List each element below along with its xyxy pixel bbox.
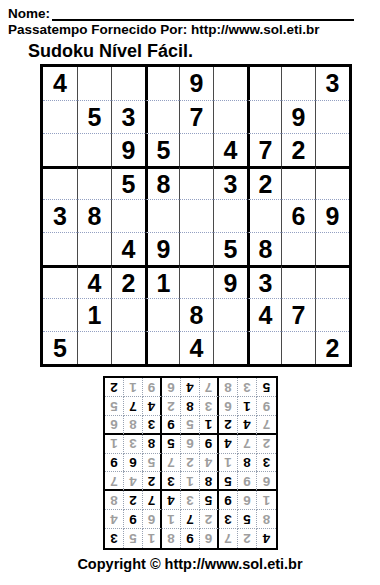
solution-cell-r3c6: 4 [162,491,181,510]
copyright-text: Copyright © http://www.sol.eti.br [0,556,380,572]
solution-cell-r3c4: 5 [200,491,219,510]
solution-cell-r7c5: 5 [181,416,200,435]
puzzle-cell-r5c4 [145,199,179,232]
solution-cell-r2c3: 3 [219,510,238,529]
solution-cell-r4c2: 9 [238,472,257,491]
puzzle-cell-r6c4: 9 [145,232,179,265]
solution-cell-r5c1: 3 [257,454,276,473]
puzzle-cell-r2c7 [247,100,281,133]
puzzle-cell-r6c7: 8 [247,232,281,265]
puzzle-cell-r8c5: 8 [179,298,213,331]
puzzle-cell-r1c9: 3 [315,67,349,100]
puzzle-cell-r5c8: 6 [281,199,315,232]
solution-cell-r6c2: 7 [238,435,257,454]
puzzle-cell-r1c1: 4 [43,67,77,100]
puzzle-cell-r5c1: 3 [43,199,77,232]
solution-cell-r6c3: 4 [219,435,238,454]
puzzle-cell-r7c2: 4 [77,265,111,298]
solution-cell-r4c1: 6 [257,472,276,491]
puzzle-cell-r1c3 [111,67,145,100]
puzzle-cell-r7c4: 1 [145,265,179,298]
puzzle-cell-r2c8: 9 [281,100,315,133]
solution-cell-r7c6: 9 [162,416,181,435]
solution-cell-r7c2: 4 [238,416,257,435]
puzzle-cell-r4c4: 8 [145,166,179,199]
solution-cell-r5c7: 5 [143,454,162,473]
puzzle-cell-r1c7 [247,67,281,100]
puzzle-cell-r8c1 [43,298,77,331]
solution-cell-r6c8: 3 [124,435,143,454]
puzzle-cell-r6c3: 4 [111,232,145,265]
solution-cell-r3c9: 8 [105,491,124,510]
puzzle-cell-r4c7: 2 [247,166,281,199]
puzzle-cell-r2c3: 3 [111,100,145,133]
solution-cell-r9c1: 5 [257,378,276,397]
puzzle-cell-r9c5: 4 [179,331,213,364]
solution-cell-r2c9: 4 [105,510,124,529]
puzzle-cell-r1c6 [213,67,247,100]
solution-cell-r1c6: 8 [162,529,181,548]
puzzle-cell-r8c9 [315,298,349,331]
solution-cell-r3c8: 2 [124,491,143,510]
puzzle-cell-r8c8: 7 [281,298,315,331]
solution-cell-r2c7: 6 [143,510,162,529]
solution-cell-r1c3: 7 [219,529,238,548]
puzzle-cell-r5c5 [179,199,213,232]
puzzle-cell-r4c6: 3 [213,166,247,199]
puzzle-cell-r1c4 [145,67,179,100]
puzzle-cell-r4c2 [77,166,111,199]
solution-cell-r9c5: 4 [181,378,200,397]
puzzle-cell-r7c9 [315,265,349,298]
solution-cell-r5c4: 4 [200,454,219,473]
puzzle-cell-r6c6: 5 [213,232,247,265]
solution-cell-r8c9: 5 [105,397,124,416]
solution-cell-r9c8: 1 [124,378,143,397]
solution-grid-rotated: 4276981538532716941695347286958132473814… [103,376,278,550]
solution-cell-r1c9: 3 [105,529,124,548]
solution-cell-r8c3: 6 [219,397,238,416]
puzzle-cell-r9c6 [213,331,247,364]
solution-cell-r1c1: 4 [257,529,276,548]
solution-cell-r7c4: 1 [200,416,219,435]
solution-cell-r1c5: 9 [181,529,200,548]
provider-row: Passatempo Fornecido Por: http://www.sol… [8,22,354,37]
puzzle-cell-r9c1: 5 [43,331,77,364]
puzzle-cell-r7c5 [179,265,213,298]
puzzle-cell-r8c2: 1 [77,298,111,331]
solution-cell-r6c4: 9 [200,435,219,454]
name-blank-line [52,5,354,21]
name-row: Nome: [8,4,354,21]
solution-cell-r5c5: 2 [181,454,200,473]
puzzle-cell-r3c4: 5 [145,133,179,166]
solution-cell-r5c3: 1 [219,454,238,473]
puzzle-cell-r4c3: 5 [111,166,145,199]
solution-cell-r8c7: 4 [143,397,162,416]
solution-cell-r9c7: 9 [143,378,162,397]
solution-cell-r3c1: 1 [257,491,276,510]
solution-cell-r6c6: 5 [162,435,181,454]
solution-cell-r1c8: 5 [124,529,143,548]
puzzle-cell-r4c8 [281,166,315,199]
puzzle-cell-r3c6: 4 [213,133,247,166]
puzzle-cell-r5c7 [247,199,281,232]
puzzle-cell-r4c5 [179,166,213,199]
puzzle-cell-r4c9 [315,166,349,199]
puzzle-cell-r2c6 [213,100,247,133]
puzzle-cell-r6c2 [77,232,111,265]
puzzle-cell-r5c3 [111,199,145,232]
puzzle-cell-r3c3: 9 [111,133,145,166]
puzzle-cell-r7c1 [43,265,77,298]
solution-cell-r3c5: 3 [181,491,200,510]
puzzle-cell-r6c8 [281,232,315,265]
solution-cell-r4c9: 7 [105,472,124,491]
puzzle-cell-r8c7: 4 [247,298,281,331]
solution-cell-r3c7: 7 [143,491,162,510]
solution-cell-r6c1: 2 [257,435,276,454]
puzzle-cell-r5c6 [213,199,247,232]
puzzle-cell-r7c8 [281,265,315,298]
solution-cell-r9c6: 6 [162,378,181,397]
solution-cell-r7c1: 7 [257,416,276,435]
puzzle-cell-r1c8 [281,67,315,100]
solution-cell-r8c2: 1 [238,397,257,416]
puzzle-cell-r7c3: 2 [111,265,145,298]
page-title: Sudoku Nível Fácil. [28,41,193,62]
solution-cell-r6c9: 1 [105,435,124,454]
puzzle-cell-r8c3 [111,298,145,331]
puzzle-cell-r7c7: 3 [247,265,281,298]
solution-cell-r3c2: 6 [238,491,257,510]
puzzle-cell-r8c4 [145,298,179,331]
solution-cell-r8c4: 3 [200,397,219,416]
puzzle-cell-r9c8 [281,331,315,364]
solution-cell-r4c4: 8 [200,472,219,491]
puzzle-cell-r9c7 [247,331,281,364]
puzzle-grid: 493537995472583238694958421931847542 [40,64,352,367]
solution-cell-r9c9: 2 [105,378,124,397]
puzzle-cell-r2c1 [43,100,77,133]
solution-cell-r1c2: 2 [238,529,257,548]
solution-cell-r5c2: 8 [238,454,257,473]
solution-cell-r2c6: 1 [162,510,181,529]
puzzle-cell-r6c1 [43,232,77,265]
solution-cell-r1c7: 1 [143,529,162,548]
puzzle-cell-r3c9 [315,133,349,166]
puzzle-cell-r5c2: 8 [77,199,111,232]
solution-cell-r2c1: 8 [257,510,276,529]
solution-cell-r8c5: 8 [181,397,200,416]
solution-cell-r8c6: 2 [162,397,181,416]
solution-cell-r7c9: 6 [105,416,124,435]
solution-cell-r9c4: 7 [200,378,219,397]
solution-cell-r9c3: 8 [219,378,238,397]
puzzle-cell-r4c1 [43,166,77,199]
name-label: Nome: [8,6,50,21]
solution-cell-r6c7: 8 [143,435,162,454]
solution-cell-r5c8: 6 [124,454,143,473]
puzzle-cell-r3c1 [43,133,77,166]
solution-cell-r2c5: 7 [181,510,200,529]
puzzle-cell-r9c3 [111,331,145,364]
puzzle-cell-r9c2 [77,331,111,364]
puzzle-cell-r1c2 [77,67,111,100]
solution-cell-r4c5: 1 [181,472,200,491]
puzzle-cell-r2c4 [145,100,179,133]
solution-cell-r5c6: 7 [162,454,181,473]
solution-cell-r4c8: 4 [124,472,143,491]
solution-cell-r4c6: 3 [162,472,181,491]
solution-cell-r7c7: 3 [143,416,162,435]
puzzle-cell-r8c6 [213,298,247,331]
puzzle-cell-r3c2 [77,133,111,166]
puzzle-cell-r5c9: 9 [315,199,349,232]
solution-cell-r2c8: 9 [124,510,143,529]
solution-cell-r4c7: 2 [143,472,162,491]
puzzle-cell-r6c9 [315,232,349,265]
solution-cell-r5c9: 9 [105,454,124,473]
puzzle-cell-r3c5 [179,133,213,166]
puzzle-cell-r9c9: 2 [315,331,349,364]
solution-cell-r2c2: 5 [238,510,257,529]
solution-cell-r2c4: 2 [200,510,219,529]
puzzle-cell-r2c5: 7 [179,100,213,133]
puzzle-cell-r9c4 [145,331,179,364]
puzzle-cell-r2c9 [315,100,349,133]
solution-cell-r3c3: 9 [219,491,238,510]
solution-cell-r8c8: 7 [124,397,143,416]
solution-cell-r7c3: 2 [219,416,238,435]
puzzle-cell-r3c8: 2 [281,133,315,166]
solution-cell-r8c1: 9 [257,397,276,416]
solution-cell-r1c4: 6 [200,529,219,548]
solution-cell-r6c5: 6 [181,435,200,454]
provider-text: Passatempo Fornecido Por: http://www.sol… [8,22,320,37]
solution-cell-r4c3: 5 [219,472,238,491]
puzzle-cell-r2c2: 5 [77,100,111,133]
puzzle-cell-r7c6: 9 [213,265,247,298]
puzzle-cell-r3c7: 7 [247,133,281,166]
solution-cell-r9c2: 3 [238,378,257,397]
puzzle-cell-r6c5 [179,232,213,265]
solution-cell-r7c8: 8 [124,416,143,435]
puzzle-cell-r1c5: 9 [179,67,213,100]
